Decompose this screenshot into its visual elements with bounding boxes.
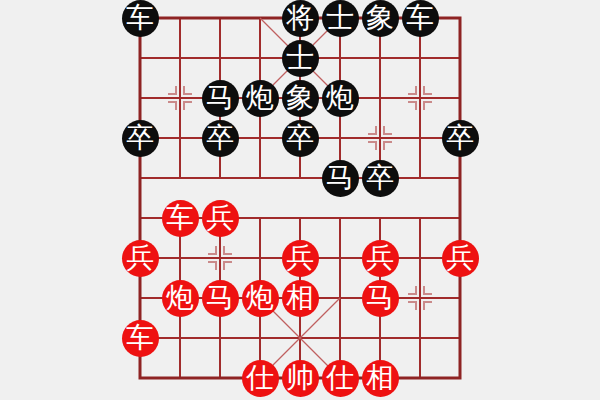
piece-red-elephant[interactable]: 相 xyxy=(282,280,319,317)
piece-red-horse[interactable]: 马 xyxy=(202,280,239,317)
piece-black-elephant[interactable]: 象 xyxy=(362,0,399,37)
piece-black-soldier[interactable]: 卒 xyxy=(282,120,319,157)
piece-red-cannon[interactable]: 炮 xyxy=(242,280,279,317)
piece-red-chariot[interactable]: 车 xyxy=(122,320,159,357)
piece-red-horse[interactable]: 马 xyxy=(362,280,399,317)
piece-black-soldier[interactable]: 卒 xyxy=(202,120,239,157)
piece-black-general[interactable]: 将 xyxy=(282,0,319,37)
piece-black-advisor[interactable]: 士 xyxy=(322,0,359,37)
piece-black-horse[interactable]: 马 xyxy=(202,80,239,117)
piece-black-cannon[interactable]: 炮 xyxy=(322,80,359,117)
piece-black-soldier[interactable]: 卒 xyxy=(122,120,159,157)
piece-red-advisor[interactable]: 仕 xyxy=(242,360,279,397)
piece-black-soldier[interactable]: 卒 xyxy=(362,160,399,197)
piece-black-cannon[interactable]: 炮 xyxy=(242,80,279,117)
piece-red-soldier[interactable]: 兵 xyxy=(442,240,479,277)
piece-black-advisor[interactable]: 士 xyxy=(282,40,319,77)
piece-red-cannon[interactable]: 炮 xyxy=(162,280,199,317)
piece-red-general[interactable]: 帅 xyxy=(282,360,319,397)
xiangqi-app: 车将士象车士马炮象炮卒卒卒卒马卒车兵兵兵兵兵炮马炮相马车仕帅仕相 xyxy=(0,0,600,400)
piece-red-soldier[interactable]: 兵 xyxy=(122,240,159,277)
piece-black-horse[interactable]: 马 xyxy=(322,160,359,197)
piece-red-soldier[interactable]: 兵 xyxy=(362,240,399,277)
piece-red-soldier[interactable]: 兵 xyxy=(282,240,319,277)
piece-black-soldier[interactable]: 卒 xyxy=(442,120,479,157)
piece-black-elephant[interactable]: 象 xyxy=(282,80,319,117)
xiangqi-board[interactable]: 车将士象车士马炮象炮卒卒卒卒马卒车兵兵兵兵兵炮马炮相马车仕帅仕相 xyxy=(120,0,480,398)
piece-black-chariot[interactable]: 车 xyxy=(402,0,439,37)
piece-red-chariot[interactable]: 车 xyxy=(162,200,199,237)
piece-red-soldier[interactable]: 兵 xyxy=(202,200,239,237)
piece-black-chariot[interactable]: 车 xyxy=(122,0,159,37)
piece-red-advisor[interactable]: 仕 xyxy=(322,360,359,397)
piece-red-elephant[interactable]: 相 xyxy=(362,360,399,397)
